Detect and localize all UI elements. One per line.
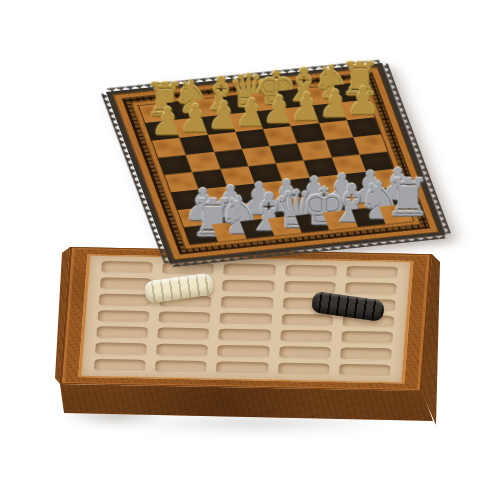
tray-slot <box>285 265 337 278</box>
tray-slot <box>222 280 274 293</box>
square-h1[interactable]: ♜ <box>379 204 413 224</box>
chess-board: ♜♞♝♛♚♝♞♜♟♟♟♟♟♟♟♟♟♟♟♟♟♟♟♟♜♞♝♛♚♝♞♜ <box>106 63 446 264</box>
tray-slot <box>345 282 397 295</box>
board-border-inner: ♜♞♝♛♚♝♞♜♟♟♟♟♟♟♟♟♟♟♟♟♟♟♟♟♜♞♝♛♚♝♞♜ <box>131 78 421 249</box>
tray-slot <box>221 296 273 309</box>
tray-slot <box>156 344 208 357</box>
tray-slot <box>279 346 331 359</box>
board-border-ornate-band: ♜♞♝♛♚♝♞♜♟♟♟♟♟♟♟♟♟♟♟♟♟♟♟♟♜♞♝♛♚♝♞♜ <box>122 72 430 254</box>
tray-slot <box>346 266 398 279</box>
tray-slot <box>157 327 209 340</box>
chess-board-grid: ♜♞♝♛♚♝♞♜♟♟♟♟♟♟♟♟♟♟♟♟♟♟♟♟♜♞♝♛♚♝♞♜ <box>138 82 414 245</box>
chess-set-product-scene: ♜♞♝♛♚♝♞♜♟♟♟♟♟♟♟♟♟♟♟♟♟♟♟♟♜♞♝♛♚♝♞♜ <box>0 0 480 480</box>
tray-slot <box>219 329 271 342</box>
tray-slot <box>101 261 153 274</box>
gold-pawn[interactable]: ♟ <box>346 82 376 120</box>
tray-slot <box>281 314 333 327</box>
tray-slot <box>280 330 332 343</box>
tray-slot <box>155 360 207 373</box>
tray-slot <box>341 331 393 344</box>
tray-slot <box>277 363 329 376</box>
tray-slot <box>216 361 268 374</box>
silver-rook[interactable]: ♜ <box>384 172 414 224</box>
tray-slot <box>223 263 275 276</box>
tray-slot <box>94 359 146 372</box>
tray-slot <box>97 310 149 323</box>
tray-slot <box>340 347 392 360</box>
board-rim: ♜♞♝♛♚♝♞♜♟♟♟♟♟♟♟♟♟♟♟♟♟♟♟♟♜♞♝♛♚♝♞♜ <box>106 63 446 264</box>
tray-slot <box>159 311 211 324</box>
tray-slot <box>96 326 148 339</box>
tray-slot <box>95 343 147 356</box>
board-border-outer: ♜♞♝♛♚♝♞♜♟♟♟♟♟♟♟♟♟♟♟♟♟♟♟♟♜♞♝♛♚♝♞♜ <box>113 67 439 260</box>
tray-slot <box>339 364 391 377</box>
tray-slot <box>99 294 151 307</box>
tray-slot <box>217 345 269 358</box>
tray-slot <box>220 312 272 325</box>
